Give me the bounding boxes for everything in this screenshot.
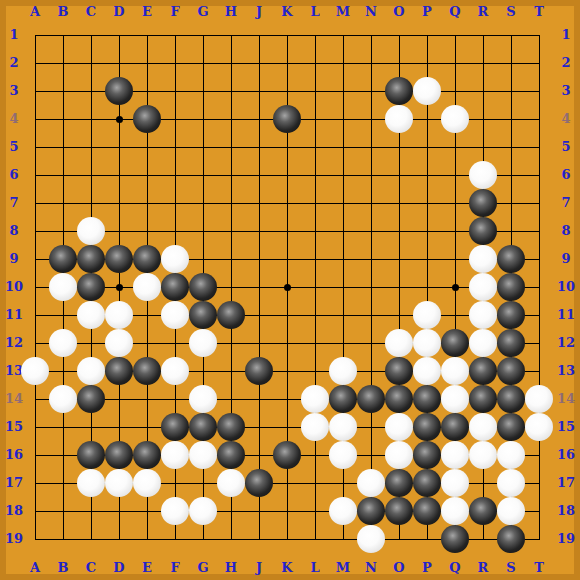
row-label-left-8: 8 — [1, 223, 27, 239]
col-label-top-h: H — [218, 4, 244, 20]
white-stone-r12[interactable] — [469, 329, 497, 357]
white-stone-m15[interactable] — [329, 413, 357, 441]
col-label-top-t: T — [526, 4, 552, 20]
black-stone-d3[interactable] — [105, 77, 133, 105]
row-label-left-10: 10 — [1, 279, 27, 295]
black-stone-c16[interactable] — [77, 441, 105, 469]
white-stone-n19[interactable] — [357, 525, 385, 553]
black-stone-f10[interactable] — [161, 273, 189, 301]
black-stone-e9[interactable] — [133, 245, 161, 273]
row-label-right-5: 5 — [553, 139, 579, 155]
row-label-right-8: 8 — [553, 223, 579, 239]
black-stone-o3[interactable] — [385, 77, 413, 105]
col-label-top-p: P — [414, 4, 440, 20]
white-stone-r9[interactable] — [469, 245, 497, 273]
black-stone-n18[interactable] — [357, 497, 385, 525]
black-stone-q12[interactable] — [441, 329, 469, 357]
black-stone-g15[interactable] — [189, 413, 217, 441]
white-stone-f18[interactable] — [161, 497, 189, 525]
white-stone-g14[interactable] — [189, 385, 217, 413]
black-stone-s15[interactable] — [497, 413, 525, 441]
white-stone-g18[interactable] — [189, 497, 217, 525]
white-stone-c8[interactable] — [77, 217, 105, 245]
white-stone-m13[interactable] — [329, 357, 357, 385]
white-stone-q16[interactable] — [441, 441, 469, 469]
black-stone-g11[interactable] — [189, 301, 217, 329]
row-label-left-3: 3 — [1, 83, 27, 99]
black-stone-r13[interactable] — [469, 357, 497, 385]
row-label-left-2: 2 — [1, 55, 27, 71]
row-label-left-6: 6 — [1, 167, 27, 183]
black-stone-p14[interactable] — [413, 385, 441, 413]
white-stone-c17[interactable] — [77, 469, 105, 497]
row-label-right-13: 13 — [553, 363, 579, 379]
white-stone-r16[interactable] — [469, 441, 497, 469]
black-stone-s14[interactable] — [497, 385, 525, 413]
black-stone-s10[interactable] — [497, 273, 525, 301]
white-stone-d12[interactable] — [105, 329, 133, 357]
black-stone-p17[interactable] — [413, 469, 441, 497]
white-stone-s16[interactable] — [497, 441, 525, 469]
col-label-top-q: Q — [442, 4, 468, 20]
col-label-bottom-c: C — [78, 560, 104, 576]
row-label-right-1: 1 — [553, 27, 579, 43]
black-stone-h11[interactable] — [217, 301, 245, 329]
white-stone-o16[interactable] — [385, 441, 413, 469]
col-label-top-f: F — [162, 4, 188, 20]
row-label-right-7: 7 — [553, 195, 579, 211]
col-label-bottom-h: H — [218, 560, 244, 576]
col-label-top-s: S — [498, 4, 524, 20]
row-label-left-15: 15 — [1, 419, 27, 435]
white-stone-t14[interactable] — [525, 385, 553, 413]
black-stone-g10[interactable] — [189, 273, 217, 301]
white-stone-g16[interactable] — [189, 441, 217, 469]
white-stone-p12[interactable] — [413, 329, 441, 357]
col-label-bottom-l: L — [302, 560, 328, 576]
col-label-bottom-a: A — [22, 560, 48, 576]
black-stone-o14[interactable] — [385, 385, 413, 413]
black-stone-c14[interactable] — [77, 385, 105, 413]
white-stone-n17[interactable] — [357, 469, 385, 497]
star-point — [452, 284, 459, 291]
black-stone-j13[interactable] — [245, 357, 273, 385]
col-label-bottom-q: Q — [442, 560, 468, 576]
black-stone-o17[interactable] — [385, 469, 413, 497]
white-stone-c13[interactable] — [77, 357, 105, 385]
col-label-top-b: B — [50, 4, 76, 20]
white-stone-q4[interactable] — [441, 105, 469, 133]
col-label-top-j: J — [246, 4, 272, 20]
black-stone-h15[interactable] — [217, 413, 245, 441]
white-stone-b12[interactable] — [49, 329, 77, 357]
col-label-bottom-t: T — [526, 560, 552, 576]
row-label-right-6: 6 — [553, 167, 579, 183]
row-label-right-14: 14 — [553, 391, 579, 407]
black-stone-e16[interactable] — [133, 441, 161, 469]
row-label-left-18: 18 — [1, 503, 27, 519]
white-stone-o4[interactable] — [385, 105, 413, 133]
row-label-right-11: 11 — [553, 307, 579, 323]
col-label-bottom-r: R — [470, 560, 496, 576]
row-label-left-5: 5 — [1, 139, 27, 155]
col-label-bottom-d: D — [106, 560, 132, 576]
white-stone-s17[interactable] — [497, 469, 525, 497]
row-label-left-9: 9 — [1, 251, 27, 267]
col-label-bottom-n: N — [358, 560, 384, 576]
black-stone-n14[interactable] — [357, 385, 385, 413]
white-stone-r6[interactable] — [469, 161, 497, 189]
col-label-top-m: M — [330, 4, 356, 20]
black-stone-d9[interactable] — [105, 245, 133, 273]
white-stone-o15[interactable] — [385, 413, 413, 441]
black-stone-c9[interactable] — [77, 245, 105, 273]
black-stone-k16[interactable] — [273, 441, 301, 469]
col-label-top-g: G — [190, 4, 216, 20]
col-label-bottom-o: O — [386, 560, 412, 576]
row-label-left-11: 11 — [1, 307, 27, 323]
white-stone-r10[interactable] — [469, 273, 497, 301]
black-stone-j17[interactable] — [245, 469, 273, 497]
white-stone-b10[interactable] — [49, 273, 77, 301]
col-label-top-k: K — [274, 4, 300, 20]
white-stone-e17[interactable] — [133, 469, 161, 497]
white-stone-f13[interactable] — [161, 357, 189, 385]
black-stone-d13[interactable] — [105, 357, 133, 385]
row-label-left-14: 14 — [1, 391, 27, 407]
black-stone-c10[interactable] — [77, 273, 105, 301]
black-stone-q15[interactable] — [441, 413, 469, 441]
black-stone-f15[interactable] — [161, 413, 189, 441]
row-label-left-12: 12 — [1, 335, 27, 351]
white-stone-f11[interactable] — [161, 301, 189, 329]
white-stone-h17[interactable] — [217, 469, 245, 497]
white-stone-q14[interactable] — [441, 385, 469, 413]
white-stone-q18[interactable] — [441, 497, 469, 525]
grid-line-vertical — [539, 35, 540, 540]
white-stone-q13[interactable] — [441, 357, 469, 385]
row-label-right-15: 15 — [553, 419, 579, 435]
white-stone-c11[interactable] — [77, 301, 105, 329]
black-stone-r8[interactable] — [469, 217, 497, 245]
white-stone-g12[interactable] — [189, 329, 217, 357]
black-stone-d16[interactable] — [105, 441, 133, 469]
row-label-right-17: 17 — [553, 475, 579, 491]
col-label-top-c: C — [78, 4, 104, 20]
go-board: AABBCCDDEEFFGGHHJJKKLLMMNNOOPPQQRRSSTT11… — [0, 0, 580, 580]
black-stone-p18[interactable] — [413, 497, 441, 525]
row-label-right-3: 3 — [553, 83, 579, 99]
black-stone-h16[interactable] — [217, 441, 245, 469]
star-point — [284, 284, 291, 291]
black-stone-r18[interactable] — [469, 497, 497, 525]
black-stone-b9[interactable] — [49, 245, 77, 273]
col-label-bottom-j: J — [246, 560, 272, 576]
col-label-bottom-m: M — [330, 560, 356, 576]
star-point — [116, 116, 123, 123]
white-stone-d11[interactable] — [105, 301, 133, 329]
white-stone-m18[interactable] — [329, 497, 357, 525]
row-label-left-4: 4 — [1, 111, 27, 127]
white-stone-l14[interactable] — [301, 385, 329, 413]
star-point — [116, 284, 123, 291]
row-label-right-2: 2 — [553, 55, 579, 71]
black-stone-r7[interactable] — [469, 189, 497, 217]
grid-line-vertical — [315, 35, 316, 540]
row-label-right-9: 9 — [553, 251, 579, 267]
black-stone-r14[interactable] — [469, 385, 497, 413]
col-label-top-d: D — [106, 4, 132, 20]
white-stone-s18[interactable] — [497, 497, 525, 525]
black-stone-s12[interactable] — [497, 329, 525, 357]
white-stone-p13[interactable] — [413, 357, 441, 385]
row-label-right-19: 19 — [553, 531, 579, 547]
col-label-bottom-k: K — [274, 560, 300, 576]
white-stone-b14[interactable] — [49, 385, 77, 413]
col-label-bottom-s: S — [498, 560, 524, 576]
white-stone-a13[interactable] — [21, 357, 49, 385]
white-stone-t15[interactable] — [525, 413, 553, 441]
col-label-bottom-b: B — [50, 560, 76, 576]
row-label-left-19: 19 — [1, 531, 27, 547]
black-stone-e13[interactable] — [133, 357, 161, 385]
row-label-right-16: 16 — [553, 447, 579, 463]
black-stone-e4[interactable] — [133, 105, 161, 133]
black-stone-o13[interactable] — [385, 357, 413, 385]
black-stone-s9[interactable] — [497, 245, 525, 273]
black-stone-p16[interactable] — [413, 441, 441, 469]
col-label-bottom-e: E — [134, 560, 160, 576]
white-stone-o12[interactable] — [385, 329, 413, 357]
black-stone-k4[interactable] — [273, 105, 301, 133]
black-stone-p15[interactable] — [413, 413, 441, 441]
row-label-left-17: 17 — [1, 475, 27, 491]
col-label-top-n: N — [358, 4, 384, 20]
col-label-top-r: R — [470, 4, 496, 20]
col-label-bottom-f: F — [162, 560, 188, 576]
col-label-top-e: E — [134, 4, 160, 20]
white-stone-l15[interactable] — [301, 413, 329, 441]
col-label-top-l: L — [302, 4, 328, 20]
white-stone-e10[interactable] — [133, 273, 161, 301]
row-label-left-16: 16 — [1, 447, 27, 463]
white-stone-m16[interactable] — [329, 441, 357, 469]
white-stone-r15[interactable] — [469, 413, 497, 441]
white-stone-f16[interactable] — [161, 441, 189, 469]
black-stone-s19[interactable] — [497, 525, 525, 553]
col-label-bottom-p: P — [414, 560, 440, 576]
col-label-bottom-g: G — [190, 560, 216, 576]
black-stone-o18[interactable] — [385, 497, 413, 525]
black-stone-s13[interactable] — [497, 357, 525, 385]
black-stone-s11[interactable] — [497, 301, 525, 329]
white-stone-p11[interactable] — [413, 301, 441, 329]
row-label-right-10: 10 — [553, 279, 579, 295]
row-label-right-18: 18 — [553, 503, 579, 519]
row-label-left-1: 1 — [1, 27, 27, 43]
grid-line-vertical — [371, 35, 372, 540]
white-stone-q17[interactable] — [441, 469, 469, 497]
black-stone-m14[interactable] — [329, 385, 357, 413]
row-label-left-7: 7 — [1, 195, 27, 211]
white-stone-p3[interactable] — [413, 77, 441, 105]
col-label-top-a: A — [22, 4, 48, 20]
col-label-top-o: O — [386, 4, 412, 20]
black-stone-q19[interactable] — [441, 525, 469, 553]
row-label-right-12: 12 — [553, 335, 579, 351]
white-stone-r11[interactable] — [469, 301, 497, 329]
white-stone-d17[interactable] — [105, 469, 133, 497]
white-stone-f9[interactable] — [161, 245, 189, 273]
row-label-right-4: 4 — [553, 111, 579, 127]
